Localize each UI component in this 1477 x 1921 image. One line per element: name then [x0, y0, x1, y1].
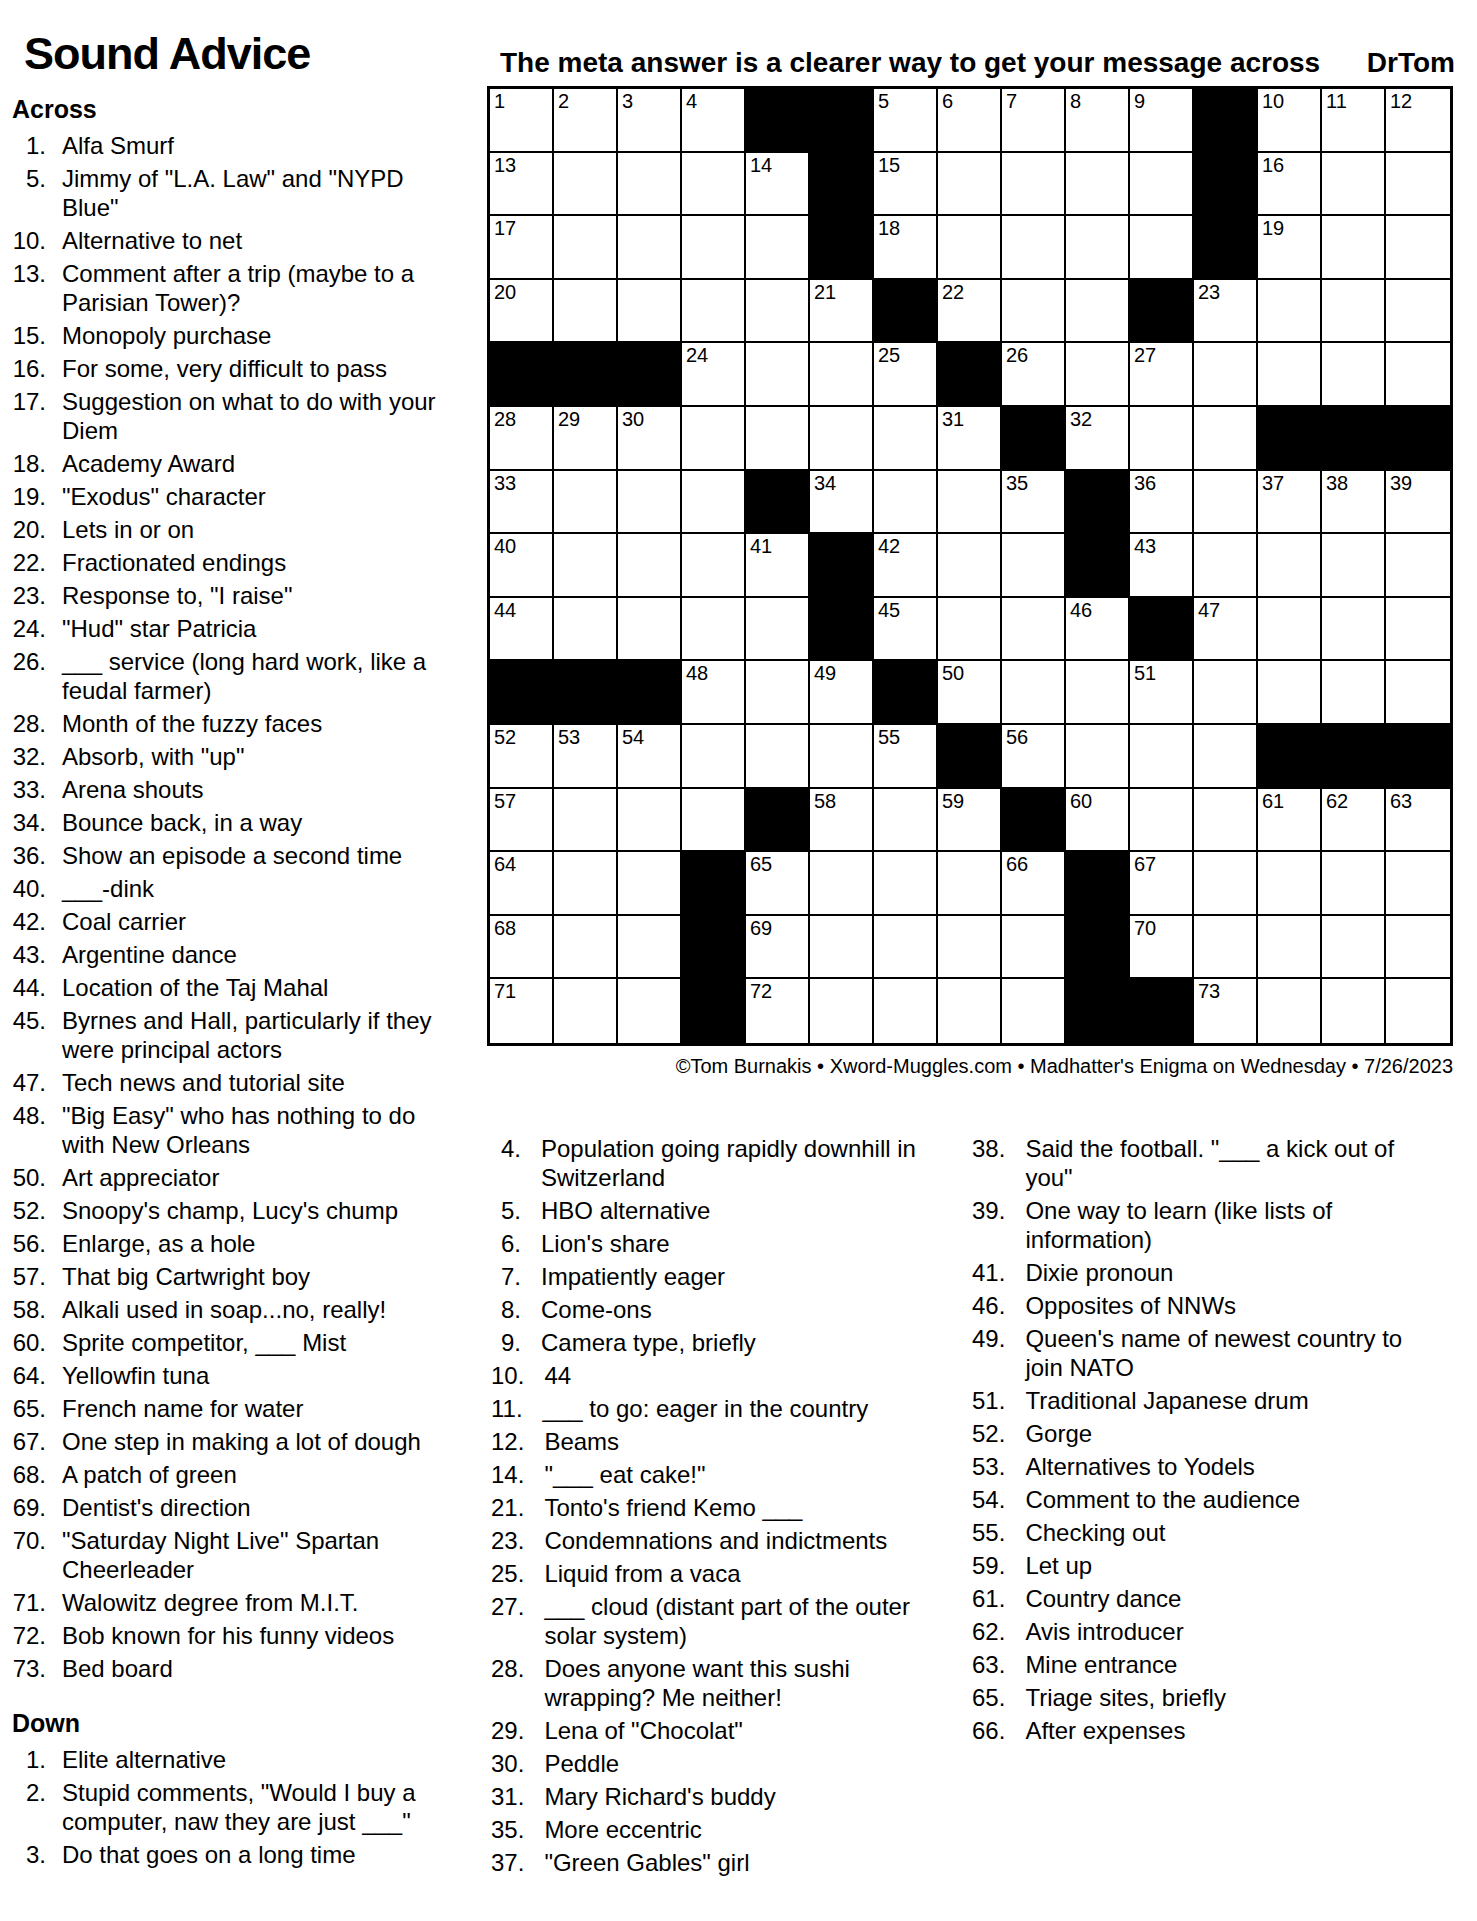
clue-text: Lena of "Chocolat" — [544, 1716, 743, 1745]
white-cell[interactable]: 16 — [1258, 153, 1322, 217]
clue-text: 44 — [544, 1361, 571, 1390]
clue-item: 45.Byrnes and Hall, particularly if they… — [10, 1006, 456, 1064]
clue-number: 59. — [972, 1551, 1005, 1580]
down-list-3: 38.Said the football. "___ a kick out of… — [972, 1134, 1437, 1745]
white-cell[interactable] — [682, 216, 746, 280]
clue-text: ___ cloud (distant part of the outer sol… — [544, 1592, 946, 1650]
white-cell[interactable]: 57 — [490, 789, 554, 853]
clue-item: 13.Comment after a trip (maybe to a Pari… — [10, 259, 456, 317]
cell-number: 72 — [750, 979, 772, 1003]
clue-text: Suggestion on what to do with your Diem — [62, 387, 456, 445]
white-cell[interactable] — [1002, 216, 1066, 280]
white-cell[interactable] — [618, 280, 682, 344]
white-cell[interactable] — [618, 153, 682, 217]
white-cell[interactable]: 72 — [746, 979, 810, 1043]
clue-number: 71. — [10, 1588, 46, 1617]
white-cell[interactable] — [938, 598, 1002, 662]
clue-item: 5.Jimmy of "L.A. Law" and "NYPD Blue" — [10, 164, 456, 222]
white-cell[interactable]: 45 — [874, 598, 938, 662]
white-cell[interactable]: 48 — [682, 661, 746, 725]
white-cell[interactable] — [1322, 916, 1386, 980]
cell-number: 48 — [686, 661, 708, 685]
clue-item: 24."Hud" star Patricia — [10, 614, 456, 643]
white-cell[interactable] — [554, 280, 618, 344]
white-cell[interactable] — [1194, 407, 1258, 471]
white-cell[interactable] — [874, 789, 938, 853]
cell-number: 41 — [750, 534, 772, 558]
clue-text: One step in making a lot of dough — [62, 1427, 421, 1456]
white-cell[interactable]: 13 — [490, 153, 554, 217]
clue-item: 42.Coal carrier — [10, 907, 456, 936]
clue-text: Condemnations and indictments — [544, 1526, 887, 1555]
white-cell[interactable] — [1130, 216, 1194, 280]
clue-item: 50.Art appreciator — [10, 1163, 456, 1192]
white-cell[interactable] — [1130, 153, 1194, 217]
black-cell — [746, 789, 810, 853]
white-cell[interactable]: 35 — [1002, 471, 1066, 535]
clue-text: Yellowfin tuna — [62, 1361, 209, 1390]
white-cell[interactable] — [1002, 979, 1066, 1043]
clue-text: Country dance — [1025, 1584, 1181, 1613]
white-cell[interactable]: 30 — [618, 407, 682, 471]
cell-number: 55 — [878, 725, 900, 749]
white-cell[interactable] — [938, 534, 1002, 598]
clue-number: 24. — [10, 614, 46, 643]
white-cell[interactable] — [746, 216, 810, 280]
white-cell[interactable] — [1322, 979, 1386, 1043]
white-cell[interactable] — [1322, 216, 1386, 280]
white-cell[interactable] — [1386, 661, 1450, 725]
white-cell[interactable]: 58 — [810, 789, 874, 853]
white-cell[interactable]: 15 — [874, 153, 938, 217]
white-cell[interactable] — [618, 598, 682, 662]
cell-number: 14 — [750, 153, 772, 177]
white-cell[interactable] — [1194, 471, 1258, 535]
white-cell[interactable]: 14 — [746, 153, 810, 217]
white-cell[interactable] — [1194, 534, 1258, 598]
white-cell[interactable]: 24 — [682, 343, 746, 407]
white-cell[interactable]: 9 — [1130, 89, 1194, 153]
white-cell[interactable]: 43 — [1130, 534, 1194, 598]
clue-text: Comment after a trip (maybe to a Parisia… — [62, 259, 456, 317]
white-cell[interactable] — [682, 725, 746, 789]
white-cell[interactable] — [682, 153, 746, 217]
white-cell[interactable] — [1002, 598, 1066, 662]
clue-number: 7. — [491, 1262, 521, 1291]
clue-item: 64.Yellowfin tuna — [10, 1361, 456, 1390]
black-cell — [1130, 598, 1194, 662]
white-cell[interactable] — [1130, 789, 1194, 853]
clue-item: 5.HBO alternative — [491, 1196, 946, 1225]
white-cell[interactable]: 38 — [1322, 471, 1386, 535]
white-cell[interactable] — [746, 280, 810, 344]
white-cell[interactable]: 28 — [490, 407, 554, 471]
clue-item: 7.Impatiently eager — [491, 1262, 946, 1291]
white-cell[interactable]: 26 — [1002, 343, 1066, 407]
white-cell[interactable] — [1322, 280, 1386, 344]
white-cell[interactable]: 37 — [1258, 471, 1322, 535]
cell-number: 38 — [1326, 471, 1348, 495]
white-cell[interactable]: 20 — [490, 280, 554, 344]
black-cell — [1066, 534, 1130, 598]
white-cell[interactable] — [874, 471, 938, 535]
white-cell[interactable] — [1322, 534, 1386, 598]
clue-item: 36.Show an episode a second time — [10, 841, 456, 870]
white-cell[interactable] — [1066, 343, 1130, 407]
white-cell[interactable]: 18 — [874, 216, 938, 280]
cell-number: 12 — [1390, 89, 1412, 113]
cell-number: 32 — [1070, 407, 1092, 431]
cell-number: 53 — [558, 725, 580, 749]
white-cell[interactable]: 47 — [1194, 598, 1258, 662]
white-cell[interactable] — [1194, 916, 1258, 980]
white-cell[interactable] — [1002, 916, 1066, 980]
clue-number: 4. — [491, 1134, 521, 1192]
cell-number: 2 — [558, 89, 569, 113]
white-cell[interactable]: 71 — [490, 979, 554, 1043]
white-cell[interactable]: 3 — [618, 89, 682, 153]
white-cell[interactable]: 68 — [490, 916, 554, 980]
clue-text: Argentine dance — [62, 940, 237, 969]
clue-text: Let up — [1025, 1551, 1092, 1580]
white-cell[interactable]: 31 — [938, 407, 1002, 471]
cell-number: 25 — [878, 343, 900, 367]
black-cell — [1322, 407, 1386, 471]
white-cell[interactable] — [1066, 216, 1130, 280]
white-cell[interactable]: 39 — [1386, 471, 1450, 535]
white-cell[interactable]: 40 — [490, 534, 554, 598]
white-cell[interactable] — [938, 916, 1002, 980]
white-cell[interactable]: 62 — [1322, 789, 1386, 853]
white-cell[interactable]: 34 — [810, 471, 874, 535]
white-cell[interactable] — [618, 216, 682, 280]
clue-number: 73. — [10, 1654, 46, 1683]
white-cell[interactable] — [810, 979, 874, 1043]
white-cell[interactable] — [1386, 153, 1450, 217]
white-cell[interactable] — [1258, 343, 1322, 407]
clue-number: 9. — [491, 1328, 521, 1357]
white-cell[interactable] — [1194, 852, 1258, 916]
clue-text: Enlarge, as a hole — [62, 1229, 255, 1258]
clue-number: 53. — [972, 1452, 1005, 1481]
clue-number: 39. — [972, 1196, 1005, 1254]
white-cell[interactable] — [682, 280, 746, 344]
white-cell[interactable] — [1002, 534, 1066, 598]
white-cell[interactable] — [554, 598, 618, 662]
white-cell[interactable] — [746, 725, 810, 789]
white-cell[interactable]: 49 — [810, 661, 874, 725]
white-cell[interactable] — [938, 153, 1002, 217]
white-cell[interactable]: 53 — [554, 725, 618, 789]
white-cell[interactable]: 29 — [554, 407, 618, 471]
white-cell[interactable] — [746, 407, 810, 471]
white-cell[interactable] — [554, 216, 618, 280]
white-cell[interactable] — [810, 343, 874, 407]
black-cell — [874, 661, 938, 725]
clue-item: 40.___-dink — [10, 874, 456, 903]
white-cell[interactable]: 21 — [810, 280, 874, 344]
white-cell[interactable]: 22 — [938, 280, 1002, 344]
black-cell — [1130, 979, 1194, 1043]
across-section: Across 1.Alfa Smurf5.Jimmy of "L.A. Law"… — [10, 95, 456, 1873]
down-list-1: 1.Elite alternative2.Stupid comments, "W… — [10, 1745, 456, 1869]
clue-number: 70. — [10, 1526, 46, 1584]
cell-number: 36 — [1134, 471, 1156, 495]
white-cell[interactable] — [1386, 534, 1450, 598]
cell-number: 33 — [494, 471, 516, 495]
white-cell[interactable] — [618, 534, 682, 598]
white-cell[interactable] — [554, 471, 618, 535]
white-cell[interactable] — [1002, 661, 1066, 725]
white-cell[interactable] — [682, 789, 746, 853]
white-cell[interactable]: 60 — [1066, 789, 1130, 853]
white-cell[interactable] — [682, 534, 746, 598]
white-cell[interactable]: 41 — [746, 534, 810, 598]
clue-text: Lion's share — [541, 1229, 670, 1258]
white-cell[interactable] — [1258, 661, 1322, 725]
black-cell — [682, 852, 746, 916]
white-cell[interactable]: 70 — [1130, 916, 1194, 980]
clue-text: "Green Gables" girl — [544, 1848, 749, 1877]
white-cell[interactable]: 65 — [746, 852, 810, 916]
clue-text: "___ eat cake!" — [544, 1460, 705, 1489]
white-cell[interactable] — [554, 916, 618, 980]
clue-text: HBO alternative — [541, 1196, 710, 1225]
black-cell — [682, 916, 746, 980]
white-cell[interactable] — [618, 471, 682, 535]
white-cell[interactable] — [938, 216, 1002, 280]
white-cell[interactable]: 27 — [1130, 343, 1194, 407]
white-cell[interactable] — [938, 471, 1002, 535]
white-cell[interactable] — [1322, 661, 1386, 725]
white-cell[interactable] — [1386, 216, 1450, 280]
white-cell[interactable] — [810, 407, 874, 471]
clue-number: 23. — [491, 1526, 524, 1555]
white-cell[interactable] — [1386, 979, 1450, 1043]
clue-text: Avis introducer — [1025, 1617, 1183, 1646]
white-cell[interactable]: 51 — [1130, 661, 1194, 725]
white-cell[interactable] — [1386, 280, 1450, 344]
clue-item: 70."Saturday Night Live" Spartan Cheerle… — [10, 1526, 456, 1584]
white-cell[interactable] — [618, 852, 682, 916]
cell-number: 28 — [494, 407, 516, 431]
white-cell[interactable] — [1194, 789, 1258, 853]
white-cell[interactable] — [746, 661, 810, 725]
white-cell[interactable]: 61 — [1258, 789, 1322, 853]
white-cell[interactable] — [1258, 280, 1322, 344]
clue-number: 36. — [10, 841, 46, 870]
clue-item: 61.Country dance — [972, 1584, 1437, 1613]
clue-number: 6. — [491, 1229, 521, 1258]
clue-number: 23. — [10, 581, 46, 610]
clue-text: Elite alternative — [62, 1745, 226, 1774]
cell-number: 19 — [1262, 216, 1284, 240]
white-cell[interactable] — [682, 407, 746, 471]
clue-item: 1.Alfa Smurf — [10, 131, 456, 160]
white-cell[interactable]: 73 — [1194, 979, 1258, 1043]
clue-number: 10. — [491, 1361, 524, 1390]
white-cell[interactable] — [1322, 343, 1386, 407]
white-cell[interactable] — [682, 598, 746, 662]
clue-text: Checking out — [1025, 1518, 1165, 1547]
white-cell[interactable]: 33 — [490, 471, 554, 535]
white-cell[interactable] — [554, 852, 618, 916]
white-cell[interactable] — [1194, 661, 1258, 725]
white-cell[interactable] — [1322, 153, 1386, 217]
clue-text: Snoopy's champ, Lucy's chump — [62, 1196, 398, 1225]
white-cell[interactable]: 52 — [490, 725, 554, 789]
white-cell[interactable] — [874, 916, 938, 980]
black-cell — [746, 89, 810, 153]
white-cell[interactable] — [810, 852, 874, 916]
white-cell[interactable]: 69 — [746, 916, 810, 980]
cell-number: 46 — [1070, 598, 1092, 622]
black-cell — [1130, 280, 1194, 344]
cell-number: 65 — [750, 852, 772, 876]
white-cell[interactable] — [874, 407, 938, 471]
clue-text: After expenses — [1025, 1716, 1185, 1745]
white-cell[interactable]: 54 — [618, 725, 682, 789]
white-cell[interactable] — [1322, 852, 1386, 916]
clue-number: 28. — [10, 709, 46, 738]
white-cell[interactable] — [746, 598, 810, 662]
white-cell[interactable] — [1066, 280, 1130, 344]
black-cell — [554, 343, 618, 407]
white-cell[interactable] — [1130, 725, 1194, 789]
white-cell[interactable] — [1002, 280, 1066, 344]
white-cell[interactable] — [1194, 343, 1258, 407]
clue-text: Stupid comments, "Would I buy a computer… — [62, 1778, 456, 1836]
white-cell[interactable]: 1 — [490, 89, 554, 153]
white-cell[interactable] — [874, 852, 938, 916]
clue-text: Show an episode a second time — [62, 841, 402, 870]
black-cell — [1194, 153, 1258, 217]
white-cell[interactable] — [554, 534, 618, 598]
white-cell[interactable] — [810, 725, 874, 789]
white-cell[interactable] — [746, 343, 810, 407]
white-cell[interactable]: 12 — [1386, 89, 1450, 153]
white-cell[interactable] — [554, 153, 618, 217]
white-cell[interactable] — [1066, 725, 1130, 789]
clue-item: 9.Camera type, briefly — [491, 1328, 946, 1357]
white-cell[interactable] — [938, 979, 1002, 1043]
white-cell[interactable] — [1386, 598, 1450, 662]
clue-item: 46.Opposites of NNWs — [972, 1291, 1437, 1320]
cell-number: 7 — [1006, 89, 1017, 113]
white-cell[interactable]: 32 — [1066, 407, 1130, 471]
white-cell[interactable]: 50 — [938, 661, 1002, 725]
white-cell[interactable] — [554, 979, 618, 1043]
black-cell — [1386, 407, 1450, 471]
white-cell[interactable] — [1194, 725, 1258, 789]
white-cell[interactable]: 55 — [874, 725, 938, 789]
white-cell[interactable] — [1258, 852, 1322, 916]
white-cell[interactable]: 36 — [1130, 471, 1194, 535]
white-cell[interactable]: 42 — [874, 534, 938, 598]
white-cell[interactable] — [554, 789, 618, 853]
white-cell[interactable]: 19 — [1258, 216, 1322, 280]
white-cell[interactable]: 23 — [1194, 280, 1258, 344]
white-cell[interactable]: 66 — [1002, 852, 1066, 916]
white-cell[interactable]: 17 — [490, 216, 554, 280]
white-cell[interactable] — [1258, 916, 1322, 980]
clue-text: Opposites of NNWs — [1025, 1291, 1236, 1320]
white-cell[interactable] — [1386, 852, 1450, 916]
white-cell[interactable]: 63 — [1386, 789, 1450, 853]
cell-number: 6 — [942, 89, 953, 113]
white-cell[interactable] — [938, 852, 1002, 916]
cell-number: 40 — [494, 534, 516, 558]
white-cell[interactable] — [618, 789, 682, 853]
cell-number: 26 — [1006, 343, 1028, 367]
white-cell[interactable] — [1066, 153, 1130, 217]
white-cell[interactable]: 6 — [938, 89, 1002, 153]
white-cell[interactable] — [810, 916, 874, 980]
cell-number: 54 — [622, 725, 644, 749]
black-cell — [554, 661, 618, 725]
cell-number: 13 — [494, 153, 516, 177]
white-cell[interactable]: 8 — [1066, 89, 1130, 153]
white-cell[interactable] — [1386, 343, 1450, 407]
white-cell[interactable]: 2 — [554, 89, 618, 153]
clue-text: Absorb, with "up" — [62, 742, 244, 771]
white-cell[interactable] — [1130, 407, 1194, 471]
white-cell[interactable]: 10 — [1258, 89, 1322, 153]
white-cell[interactable]: 25 — [874, 343, 938, 407]
white-cell[interactable]: 44 — [490, 598, 554, 662]
clue-item: 39.One way to learn (like lists of infor… — [972, 1196, 1437, 1254]
cell-number: 70 — [1134, 916, 1156, 940]
clue-text: A patch of green — [62, 1460, 237, 1489]
clue-text: Dentist's direction — [62, 1493, 251, 1522]
white-cell[interactable] — [1002, 153, 1066, 217]
white-cell[interactable] — [618, 979, 682, 1043]
clue-number: 56. — [10, 1229, 46, 1258]
white-cell[interactable] — [618, 916, 682, 980]
clue-number: 29. — [491, 1716, 524, 1745]
white-cell[interactable] — [1258, 534, 1322, 598]
clue-item: 35.More eccentric — [491, 1815, 946, 1844]
clue-text: More eccentric — [544, 1815, 701, 1844]
white-cell[interactable]: 11 — [1322, 89, 1386, 153]
white-cell[interactable]: 4 — [682, 89, 746, 153]
white-cell[interactable] — [1258, 598, 1322, 662]
white-cell[interactable]: 5 — [874, 89, 938, 153]
clue-item: 28.Month of the fuzzy faces — [10, 709, 456, 738]
clue-text: Bed board — [62, 1654, 173, 1683]
clue-number: 20. — [10, 515, 46, 544]
clue-number: 1. — [10, 131, 46, 160]
cell-number: 21 — [814, 280, 836, 304]
white-cell[interactable]: 46 — [1066, 598, 1130, 662]
clue-text: ___ service (long hard work, like a feud… — [62, 647, 456, 705]
clue-text: Does anyone want this sushi wrapping? Me… — [544, 1654, 946, 1712]
white-cell[interactable] — [1258, 979, 1322, 1043]
white-cell[interactable] — [874, 979, 938, 1043]
white-cell[interactable]: 56 — [1002, 725, 1066, 789]
white-cell[interactable] — [1322, 598, 1386, 662]
white-cell[interactable]: 59 — [938, 789, 1002, 853]
white-cell[interactable] — [1386, 916, 1450, 980]
white-cell[interactable]: 67 — [1130, 852, 1194, 916]
clue-item: 3.Do that goes on a long time — [10, 1840, 456, 1869]
white-cell[interactable] — [1066, 661, 1130, 725]
clue-text: One way to learn (like lists of informat… — [1025, 1196, 1437, 1254]
clue-item: 16.For some, very difficult to pass — [10, 354, 456, 383]
white-cell[interactable]: 64 — [490, 852, 554, 916]
white-cell[interactable] — [682, 471, 746, 535]
white-cell[interactable]: 7 — [1002, 89, 1066, 153]
